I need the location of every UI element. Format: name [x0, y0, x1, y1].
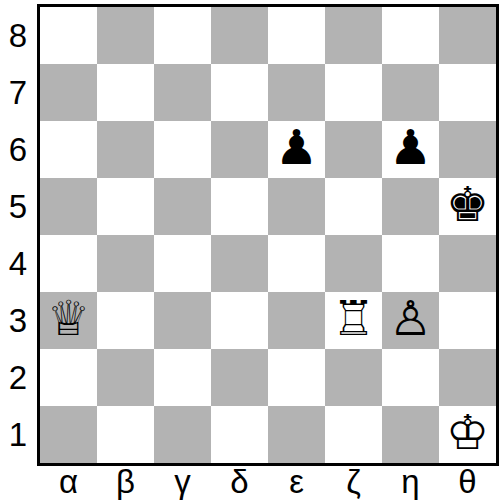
file-label-c: γ: [154, 463, 211, 500]
chess-diagram-page: 87654321 ♟♟♚♕♖♙♔ αβγδεζηθ: [0, 0, 500, 500]
rank-label-7: 7: [2, 64, 34, 121]
file-label-a: α: [40, 463, 97, 500]
square-c5[interactable]: [154, 178, 211, 235]
rank-label-2: 2: [2, 349, 34, 406]
square-h5[interactable]: ♚: [439, 178, 496, 235]
square-b6[interactable]: [97, 121, 154, 178]
square-d6[interactable]: [211, 121, 268, 178]
square-c7[interactable]: [154, 64, 211, 121]
square-g7[interactable]: [382, 64, 439, 121]
square-e5[interactable]: [268, 178, 325, 235]
square-a4[interactable]: [40, 235, 97, 292]
square-d1[interactable]: [211, 406, 268, 463]
file-label-b: β: [97, 463, 154, 500]
rank-label-8: 8: [2, 7, 34, 64]
black-pawn[interactable]: ♟: [275, 121, 318, 176]
white-pawn[interactable]: ♙: [389, 292, 432, 347]
square-e2[interactable]: [268, 349, 325, 406]
square-b5[interactable]: [97, 178, 154, 235]
square-a2[interactable]: [40, 349, 97, 406]
square-d7[interactable]: [211, 64, 268, 121]
square-g1[interactable]: [382, 406, 439, 463]
square-h8[interactable]: [439, 7, 496, 64]
white-queen[interactable]: ♕: [47, 292, 90, 347]
rank-label-3: 3: [2, 292, 34, 349]
white-king[interactable]: ♔: [446, 406, 489, 461]
square-e1[interactable]: [268, 406, 325, 463]
file-label-h: θ: [439, 463, 496, 500]
square-g6[interactable]: ♟: [382, 121, 439, 178]
rank-label-6: 6: [2, 121, 34, 178]
square-f7[interactable]: [325, 64, 382, 121]
square-h1[interactable]: ♔: [439, 406, 496, 463]
square-f1[interactable]: [325, 406, 382, 463]
square-h6[interactable]: [439, 121, 496, 178]
square-b4[interactable]: [97, 235, 154, 292]
square-g8[interactable]: [382, 7, 439, 64]
square-g5[interactable]: [382, 178, 439, 235]
rank-label-1: 1: [2, 406, 34, 463]
square-f5[interactable]: [325, 178, 382, 235]
square-f3[interactable]: ♖: [325, 292, 382, 349]
chess-board: ♟♟♚♕♖♙♔: [37, 4, 499, 466]
square-d8[interactable]: [211, 7, 268, 64]
square-f6[interactable]: [325, 121, 382, 178]
square-b1[interactable]: [97, 406, 154, 463]
black-pawn[interactable]: ♟: [389, 121, 432, 176]
rank-label-4: 4: [2, 235, 34, 292]
square-a3[interactable]: ♕: [40, 292, 97, 349]
square-g2[interactable]: [382, 349, 439, 406]
square-e3[interactable]: [268, 292, 325, 349]
square-f8[interactable]: [325, 7, 382, 64]
square-e7[interactable]: [268, 64, 325, 121]
square-b3[interactable]: [97, 292, 154, 349]
square-f4[interactable]: [325, 235, 382, 292]
square-b7[interactable]: [97, 64, 154, 121]
square-g4[interactable]: [382, 235, 439, 292]
square-d2[interactable]: [211, 349, 268, 406]
square-a7[interactable]: [40, 64, 97, 121]
square-h4[interactable]: [439, 235, 496, 292]
file-label-g: η: [382, 463, 439, 500]
square-e6[interactable]: ♟: [268, 121, 325, 178]
file-label-f: ζ: [325, 463, 382, 500]
white-rook[interactable]: ♖: [332, 292, 375, 347]
square-a8[interactable]: [40, 7, 97, 64]
file-labels: αβγδεζηθ: [40, 463, 496, 500]
square-a6[interactable]: [40, 121, 97, 178]
square-e4[interactable]: [268, 235, 325, 292]
square-c8[interactable]: [154, 7, 211, 64]
square-c3[interactable]: [154, 292, 211, 349]
rank-labels: 87654321: [2, 7, 34, 463]
black-king[interactable]: ♚: [446, 178, 489, 233]
square-b8[interactable]: [97, 7, 154, 64]
square-c1[interactable]: [154, 406, 211, 463]
square-d4[interactable]: [211, 235, 268, 292]
square-a5[interactable]: [40, 178, 97, 235]
square-e8[interactable]: [268, 7, 325, 64]
square-c2[interactable]: [154, 349, 211, 406]
file-label-e: ε: [268, 463, 325, 500]
square-d5[interactable]: [211, 178, 268, 235]
rank-label-5: 5: [2, 178, 34, 235]
file-label-d: δ: [211, 463, 268, 500]
square-h2[interactable]: [439, 349, 496, 406]
square-f2[interactable]: [325, 349, 382, 406]
square-h3[interactable]: [439, 292, 496, 349]
square-d3[interactable]: [211, 292, 268, 349]
square-c4[interactable]: [154, 235, 211, 292]
square-c6[interactable]: [154, 121, 211, 178]
square-b2[interactable]: [97, 349, 154, 406]
square-h7[interactable]: [439, 64, 496, 121]
square-a1[interactable]: [40, 406, 97, 463]
square-g3[interactable]: ♙: [382, 292, 439, 349]
